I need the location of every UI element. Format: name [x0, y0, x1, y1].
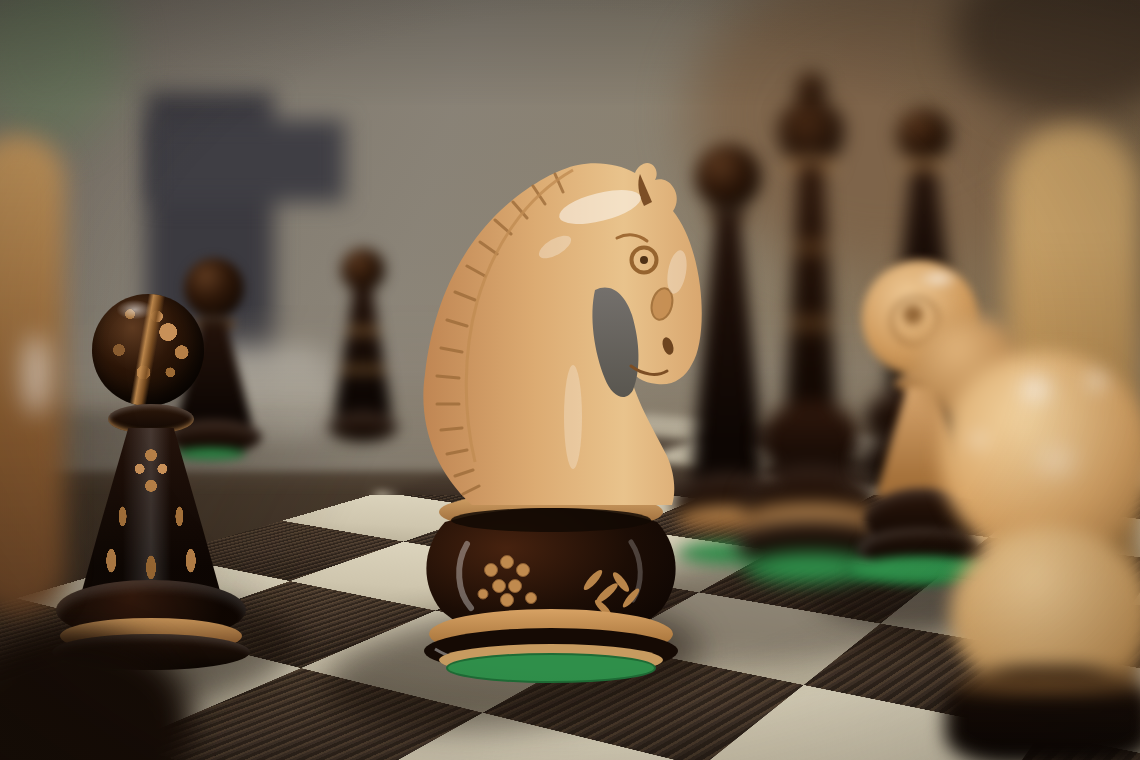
white-knight-piece — [405, 152, 705, 697]
background-dark-band-horizontal — [150, 120, 345, 202]
rook-body — [334, 288, 392, 416]
chess-photo-scene — [0, 0, 1140, 760]
pot-lip — [451, 508, 651, 532]
base-felt — [447, 654, 655, 682]
king-body — [780, 164, 842, 412]
rook-base — [328, 412, 398, 442]
pawn-ball — [92, 294, 204, 406]
eye-pupil — [640, 256, 648, 264]
pawn-base — [945, 667, 1140, 760]
neck-gloss — [564, 365, 582, 469]
rook-top — [341, 248, 385, 292]
black-king-back — [750, 72, 870, 587]
white-piece-left-edge — [0, 135, 65, 615]
pawn-body — [80, 428, 222, 598]
knight-svg — [405, 152, 705, 697]
queen-ball — [897, 108, 951, 162]
black-rook-back — [328, 248, 398, 448]
white-pawn-foreground-right — [915, 285, 1140, 760]
king-crown — [778, 100, 844, 166]
black-pawn-foreground — [52, 288, 252, 680]
